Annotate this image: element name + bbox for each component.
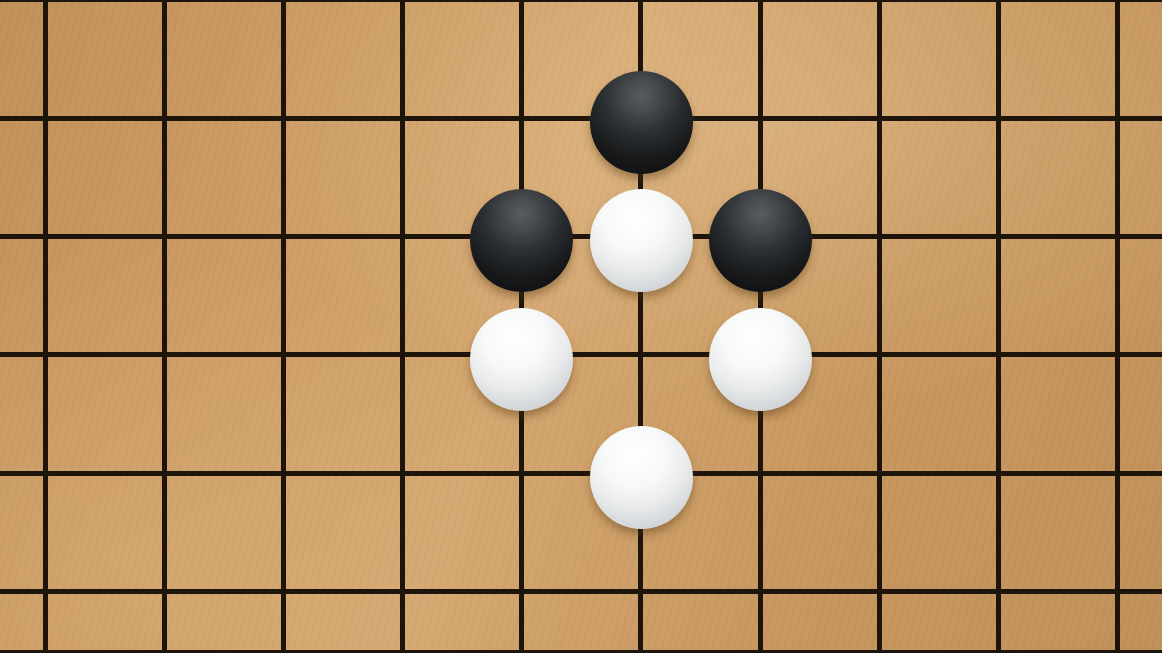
intersection-r0c4[interactable] <box>462 0 581 59</box>
intersection-r2c2[interactable] <box>224 178 343 296</box>
intersection-r3c1[interactable] <box>105 296 224 414</box>
intersection-r5c8[interactable] <box>939 533 1058 651</box>
go-board <box>0 0 1162 653</box>
intersection-r2c3[interactable] <box>343 178 462 296</box>
intersection-r3c5[interactable] <box>581 296 700 414</box>
intersection-r0c7[interactable] <box>820 0 939 59</box>
intersection-r4c6[interactable] <box>701 414 820 532</box>
intersection-r0c8[interactable] <box>939 0 1058 59</box>
intersection-r0c1[interactable] <box>105 0 224 59</box>
intersection-r3c7[interactable] <box>820 296 939 414</box>
intersection-r2c9[interactable] <box>1058 178 1162 296</box>
white-stone <box>470 308 573 411</box>
intersection-r4c1[interactable] <box>105 414 224 532</box>
intersection-r4c3[interactable] <box>343 414 462 532</box>
intersection-r2c0[interactable] <box>0 178 105 296</box>
intersection-r1c8[interactable] <box>939 59 1058 177</box>
intersection-r3c0[interactable] <box>0 296 105 414</box>
intersection-r1c7[interactable] <box>820 59 939 177</box>
intersection-r0c0[interactable] <box>0 0 105 59</box>
intersection-r1c0[interactable] <box>0 59 105 177</box>
intersection-r1c2[interactable] <box>224 59 343 177</box>
intersection-r5c3[interactable] <box>343 533 462 651</box>
intersection-r5c7[interactable] <box>820 533 939 651</box>
intersection-r2c4[interactable] <box>462 178 581 296</box>
intersection-r3c2[interactable] <box>224 296 343 414</box>
intersection-r3c6[interactable] <box>701 296 820 414</box>
intersection-r3c4[interactable] <box>462 296 581 414</box>
intersection-r1c5[interactable] <box>581 59 700 177</box>
intersection-r3c9[interactable] <box>1058 296 1162 414</box>
intersection-r0c2[interactable] <box>224 0 343 59</box>
intersection-r0c3[interactable] <box>343 0 462 59</box>
black-stone <box>470 189 573 292</box>
intersection-r4c9[interactable] <box>1058 414 1162 532</box>
intersection-r1c9[interactable] <box>1058 59 1162 177</box>
intersection-r5c9[interactable] <box>1058 533 1162 651</box>
intersection-r5c5[interactable] <box>581 533 700 651</box>
intersection-r4c2[interactable] <box>224 414 343 532</box>
intersection-r5c0[interactable] <box>0 533 105 651</box>
intersection-r2c8[interactable] <box>939 178 1058 296</box>
intersection-r4c8[interactable] <box>939 414 1058 532</box>
intersection-r5c6[interactable] <box>701 533 820 651</box>
black-stone <box>709 189 812 292</box>
intersection-r2c6[interactable] <box>701 178 820 296</box>
intersection-r2c7[interactable] <box>820 178 939 296</box>
white-stone <box>709 308 812 411</box>
white-stone <box>590 189 693 292</box>
intersection-r0c6[interactable] <box>701 0 820 59</box>
intersection-r4c5[interactable] <box>581 414 700 532</box>
intersection-r0c9[interactable] <box>1058 0 1162 59</box>
white-stone <box>590 426 693 529</box>
intersection-r4c7[interactable] <box>820 414 939 532</box>
black-stone <box>590 71 693 174</box>
go-app-screenshot <box>0 0 1162 653</box>
intersection-r3c8[interactable] <box>939 296 1058 414</box>
intersection-r1c4[interactable] <box>462 59 581 177</box>
intersection-r3c3[interactable] <box>343 296 462 414</box>
intersection-r5c2[interactable] <box>224 533 343 651</box>
intersection-r5c1[interactable] <box>105 533 224 651</box>
intersection-r4c4[interactable] <box>462 414 581 532</box>
intersection-r1c3[interactable] <box>343 59 462 177</box>
go-board-grid <box>0 0 1162 651</box>
intersection-r1c1[interactable] <box>105 59 224 177</box>
intersection-r5c4[interactable] <box>462 533 581 651</box>
intersection-r1c6[interactable] <box>701 59 820 177</box>
intersection-r0c5[interactable] <box>581 0 700 59</box>
intersection-r2c1[interactable] <box>105 178 224 296</box>
intersection-r4c0[interactable] <box>0 414 105 532</box>
intersection-r2c5[interactable] <box>581 178 700 296</box>
